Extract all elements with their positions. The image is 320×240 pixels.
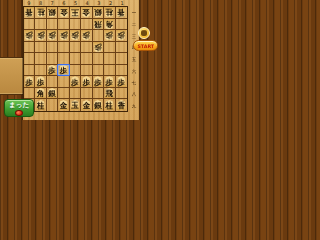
- board-cell[interactable]: 歩: [116, 76, 127, 88]
- piece-銀[interactable]: 銀: [47, 7, 57, 18]
- board-cell[interactable]: [104, 53, 115, 65]
- board-cell[interactable]: 桂: [104, 7, 115, 19]
- board-cell[interactable]: 歩: [58, 30, 69, 42]
- start-button-label: START: [137, 43, 154, 49]
- board-cell[interactable]: [24, 42, 35, 54]
- board-cell[interactable]: [81, 65, 92, 77]
- piece-歩[interactable]: 歩: [104, 30, 114, 41]
- board-cell[interactable]: [81, 19, 92, 31]
- board-cell[interactable]: 金: [81, 99, 92, 111]
- board-cell[interactable]: [81, 53, 92, 65]
- board-cell[interactable]: [58, 76, 69, 88]
- board-cell[interactable]: [47, 42, 58, 54]
- board-cell[interactable]: 銀: [93, 99, 104, 111]
- board-cell[interactable]: 飛: [93, 19, 104, 31]
- piece-歩[interactable]: 歩: [116, 30, 126, 41]
- piece-銀[interactable]: 銀: [93, 100, 103, 111]
- rank-label: 七: [130, 77, 139, 88]
- board-cell[interactable]: [47, 53, 58, 65]
- board-cell[interactable]: 歩: [24, 30, 35, 42]
- piece-歩[interactable]: 歩: [47, 30, 57, 41]
- board-cell[interactable]: [35, 19, 46, 31]
- piece-香[interactable]: 香: [116, 7, 126, 18]
- board-cell[interactable]: 角: [104, 19, 115, 31]
- board-cell[interactable]: [104, 65, 115, 77]
- board-cell[interactable]: 王: [70, 7, 81, 19]
- board-cell[interactable]: [58, 53, 69, 65]
- piece-金[interactable]: 金: [81, 100, 91, 111]
- board-cell[interactable]: [35, 53, 46, 65]
- board-cell[interactable]: 歩: [47, 65, 58, 77]
- board-cell[interactable]: [70, 42, 81, 54]
- start-button[interactable]: START: [133, 40, 158, 51]
- board-cell[interactable]: 歩: [58, 65, 69, 77]
- board-cell[interactable]: [58, 88, 69, 100]
- piece-歩[interactable]: 歩: [36, 76, 46, 87]
- piece-歩[interactable]: 歩: [104, 76, 114, 87]
- board-cell[interactable]: 香: [116, 7, 127, 19]
- board-cell[interactable]: 歩: [81, 76, 92, 88]
- piece-歩[interactable]: 歩: [81, 76, 91, 87]
- board-cell[interactable]: [116, 88, 127, 100]
- board-cell[interactable]: 桂: [104, 99, 115, 111]
- board-cell[interactable]: 歩: [24, 76, 35, 88]
- piece-飛[interactable]: 飛: [93, 19, 103, 30]
- board-cell[interactable]: 香: [116, 99, 127, 111]
- piece-香[interactable]: 香: [24, 7, 34, 18]
- piece-角[interactable]: 角: [104, 19, 114, 30]
- piece-玉[interactable]: 玉: [70, 100, 80, 111]
- rank-labels: 一二三四五六七八九: [129, 6, 139, 112]
- rank-label: 二: [130, 18, 139, 29]
- board-cell[interactable]: [93, 88, 104, 100]
- board-cell[interactable]: [70, 65, 81, 77]
- board-cell[interactable]: 桂: [35, 7, 46, 19]
- piece-歩[interactable]: 歩: [59, 30, 69, 41]
- board-cell[interactable]: [93, 53, 104, 65]
- board-cell[interactable]: [24, 88, 35, 100]
- piece-桂[interactable]: 桂: [104, 7, 114, 18]
- board-cell[interactable]: 歩: [47, 30, 58, 42]
- board-cell[interactable]: [93, 65, 104, 77]
- piece-金[interactable]: 金: [81, 7, 91, 18]
- board-cell[interactable]: [35, 42, 46, 54]
- board-cell[interactable]: [116, 53, 127, 65]
- piece-歩[interactable]: 歩: [93, 42, 103, 53]
- board-cell[interactable]: [24, 19, 35, 31]
- piece-歩[interactable]: 歩: [24, 30, 34, 41]
- board-cell[interactable]: 歩: [81, 30, 92, 42]
- board-cell[interactable]: [47, 99, 58, 111]
- board-cell[interactable]: [81, 88, 92, 100]
- player-coin-icon: [138, 27, 150, 39]
- board-cell[interactable]: 金: [58, 7, 69, 19]
- rank-label: 五: [130, 54, 139, 65]
- board-cell[interactable]: [70, 53, 81, 65]
- board-cell[interactable]: 玉: [70, 99, 81, 111]
- board-cell[interactable]: [47, 76, 58, 88]
- board-cell[interactable]: 歩: [93, 42, 104, 54]
- piece-銀[interactable]: 銀: [93, 7, 103, 18]
- board-cell[interactable]: 金: [58, 99, 69, 111]
- board-cell[interactable]: [24, 65, 35, 77]
- board-cell[interactable]: [81, 42, 92, 54]
- piece-桂[interactable]: 桂: [36, 100, 46, 111]
- piece-歩[interactable]: 歩: [59, 65, 69, 76]
- piece-歩[interactable]: 歩: [116, 76, 126, 87]
- board-cell[interactable]: 香: [24, 7, 35, 19]
- board-cell[interactable]: 金: [81, 7, 92, 19]
- piece-桂[interactable]: 桂: [36, 7, 46, 18]
- board-cell[interactable]: 銀: [47, 88, 58, 100]
- board-cell[interactable]: 歩: [70, 76, 81, 88]
- board-cell[interactable]: [116, 65, 127, 77]
- rank-label: 六: [130, 65, 139, 76]
- board-cell[interactable]: 飛: [104, 88, 115, 100]
- board-cell[interactable]: [58, 42, 69, 54]
- red-button-badge: [15, 110, 23, 117]
- board-cell[interactable]: [116, 19, 127, 31]
- piece-金[interactable]: 金: [59, 100, 69, 111]
- piece-歩[interactable]: 歩: [36, 30, 46, 41]
- rank-label: 一: [130, 7, 139, 18]
- board-cell[interactable]: 歩: [93, 76, 104, 88]
- piece-飛[interactable]: 飛: [104, 88, 114, 99]
- piece-金[interactable]: 金: [59, 7, 69, 18]
- board-cell[interactable]: 銀: [47, 7, 58, 19]
- board-cell[interactable]: 歩: [104, 76, 115, 88]
- board-cell[interactable]: 歩: [35, 76, 46, 88]
- board-cell[interactable]: 角: [35, 88, 46, 100]
- board-cell[interactable]: 歩: [116, 30, 127, 42]
- board-cell[interactable]: 歩: [35, 30, 46, 42]
- rank-label: 八: [130, 89, 139, 100]
- board-cell[interactable]: 歩: [104, 30, 115, 42]
- board-cell[interactable]: 歩: [70, 30, 81, 42]
- piece-桂[interactable]: 桂: [104, 100, 114, 111]
- board-cell[interactable]: 銀: [93, 7, 104, 19]
- piece-歩[interactable]: 歩: [70, 76, 80, 87]
- shogi-board: 987654321 一二三四五六七八九 香桂銀金王金銀桂香飛角歩歩歩歩歩歩歩歩歩…: [23, 0, 139, 120]
- piece-歩[interactable]: 歩: [47, 65, 57, 76]
- matta-button-label: まった: [9, 101, 29, 109]
- piece-歩[interactable]: 歩: [81, 30, 91, 41]
- matta-takeback-button[interactable]: まった: [4, 99, 34, 117]
- piece-角[interactable]: 角: [36, 88, 46, 99]
- piece-香[interactable]: 香: [116, 100, 126, 111]
- piece-歩[interactable]: 歩: [24, 76, 34, 87]
- board-cell[interactable]: [104, 42, 115, 54]
- board-cell[interactable]: [93, 30, 104, 42]
- piece-歩[interactable]: 歩: [70, 30, 80, 41]
- board-cell[interactable]: [35, 65, 46, 77]
- board-cell[interactable]: [70, 19, 81, 31]
- board-cell[interactable]: [24, 53, 35, 65]
- board-grid: 香桂銀金王金銀桂香飛角歩歩歩歩歩歩歩歩歩歩歩歩歩歩歩歩歩歩角銀飛香桂金玉金銀桂香: [23, 6, 128, 112]
- board-cell[interactable]: [47, 19, 58, 31]
- board-cell[interactable]: 桂: [35, 99, 46, 111]
- piece-銀[interactable]: 銀: [47, 88, 57, 99]
- piece-王[interactable]: 王: [70, 7, 80, 18]
- board-cell[interactable]: [70, 88, 81, 100]
- rank-label: 九: [130, 101, 139, 112]
- piece-歩[interactable]: 歩: [93, 76, 103, 87]
- board-cell[interactable]: [58, 19, 69, 31]
- board-cell[interactable]: [116, 42, 127, 54]
